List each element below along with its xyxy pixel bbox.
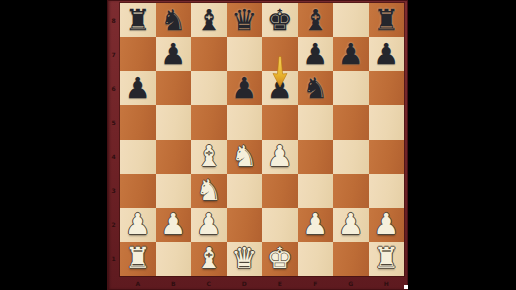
square-f3[interactable]	[298, 174, 334, 208]
white-pawn: ♟	[125, 210, 151, 239]
chessboard: ♜♞♝♛♚♝♜♟♟♟♟♟♟♟♞♝♞♟♞♟♟♟♟♟♟♜♝♛♚♜	[120, 3, 404, 276]
square-c8[interactable]: ♝	[191, 3, 227, 37]
square-c1[interactable]: ♝	[191, 242, 227, 276]
rank-label-1: 1	[107, 242, 120, 276]
square-h5[interactable]	[369, 105, 405, 139]
white-pawn: ♟	[338, 210, 364, 239]
rank-label-4: 4	[107, 140, 120, 174]
video-letterbox-stage: ♜♞♝♛♚♝♜♟♟♟♟♟♟♟♞♝♞♟♞♟♟♟♟♟♟♜♝♛♚♜ 87654321 …	[0, 0, 516, 290]
black-knight: ♞	[160, 6, 186, 35]
black-knight: ♞	[302, 74, 328, 103]
file-label-h: H	[369, 276, 405, 290]
file-label-b: B	[156, 276, 192, 290]
black-bishop: ♝	[302, 6, 328, 35]
square-c7[interactable]	[191, 37, 227, 71]
square-g4[interactable]	[333, 140, 369, 174]
square-b1[interactable]	[156, 242, 192, 276]
square-d7[interactable]	[227, 37, 263, 71]
square-g2[interactable]: ♟	[333, 208, 369, 242]
black-pawn: ♟	[338, 40, 364, 69]
black-king: ♚	[267, 6, 293, 35]
square-e8[interactable]: ♚	[262, 3, 298, 37]
white-pawn: ♟	[267, 142, 293, 171]
rank-label-5: 5	[107, 105, 120, 139]
rank-label-2: 2	[107, 208, 120, 242]
square-b4[interactable]	[156, 140, 192, 174]
square-d5[interactable]	[227, 105, 263, 139]
square-e3[interactable]	[262, 174, 298, 208]
rank-label-7: 7	[107, 37, 120, 71]
square-d4[interactable]: ♞	[227, 140, 263, 174]
square-b2[interactable]: ♟	[156, 208, 192, 242]
white-queen: ♛	[231, 244, 257, 273]
file-label-f: F	[298, 276, 334, 290]
file-label-a: A	[120, 276, 156, 290]
square-f5[interactable]	[298, 105, 334, 139]
black-pawn: ♟	[231, 74, 257, 103]
rank-label-3: 3	[107, 174, 120, 208]
file-labels: ABCDEFGH	[120, 276, 404, 290]
square-h1[interactable]: ♜	[369, 242, 405, 276]
square-d8[interactable]: ♛	[227, 3, 263, 37]
square-f1[interactable]	[298, 242, 334, 276]
black-bishop: ♝	[196, 6, 222, 35]
square-h2[interactable]: ♟	[369, 208, 405, 242]
square-c3[interactable]: ♞	[191, 174, 227, 208]
file-label-e: E	[262, 276, 298, 290]
square-a3[interactable]	[120, 174, 156, 208]
white-pawn: ♟	[196, 210, 222, 239]
square-e1[interactable]: ♚	[262, 242, 298, 276]
black-rook: ♜	[373, 6, 399, 35]
white-bishop: ♝	[196, 142, 222, 171]
rank-label-6: 6	[107, 71, 120, 105]
square-g3[interactable]	[333, 174, 369, 208]
square-g6[interactable]	[333, 71, 369, 105]
square-e4[interactable]: ♟	[262, 140, 298, 174]
square-a7[interactable]	[120, 37, 156, 71]
square-b5[interactable]	[156, 105, 192, 139]
square-c5[interactable]	[191, 105, 227, 139]
square-f6[interactable]: ♞	[298, 71, 334, 105]
white-rook: ♜	[373, 244, 399, 273]
square-g5[interactable]	[333, 105, 369, 139]
file-label-d: D	[227, 276, 263, 290]
corner-dot	[404, 285, 408, 289]
square-h7[interactable]: ♟	[369, 37, 405, 71]
square-f8[interactable]: ♝	[298, 3, 334, 37]
square-h4[interactable]	[369, 140, 405, 174]
white-pawn: ♟	[373, 210, 399, 239]
square-b6[interactable]	[156, 71, 192, 105]
white-pawn: ♟	[160, 210, 186, 239]
square-g1[interactable]	[333, 242, 369, 276]
rank-label-8: 8	[107, 3, 120, 37]
black-pawn: ♟	[160, 40, 186, 69]
white-rook: ♜	[125, 244, 151, 273]
black-pawn: ♟	[373, 40, 399, 69]
white-bishop: ♝	[196, 244, 222, 273]
white-knight: ♞	[231, 142, 257, 171]
square-g7[interactable]: ♟	[333, 37, 369, 71]
black-pawn: ♟	[125, 74, 151, 103]
square-b3[interactable]	[156, 174, 192, 208]
square-c6[interactable]	[191, 71, 227, 105]
square-a6[interactable]: ♟	[120, 71, 156, 105]
black-pawn: ♟	[302, 40, 328, 69]
square-h6[interactable]	[369, 71, 405, 105]
black-rook: ♜	[125, 6, 151, 35]
square-d6[interactable]: ♟	[227, 71, 263, 105]
square-e7[interactable]	[262, 37, 298, 71]
square-a2[interactable]: ♟	[120, 208, 156, 242]
square-g8[interactable]	[333, 3, 369, 37]
white-knight: ♞	[196, 176, 222, 205]
square-b7[interactable]: ♟	[156, 37, 192, 71]
square-e5[interactable]	[262, 105, 298, 139]
square-e6[interactable]: ♟	[262, 71, 298, 105]
square-h3[interactable]	[369, 174, 405, 208]
square-f7[interactable]: ♟	[298, 37, 334, 71]
file-label-c: C	[191, 276, 227, 290]
square-a5[interactable]	[120, 105, 156, 139]
white-pawn: ♟	[302, 210, 328, 239]
square-d2[interactable]	[227, 208, 263, 242]
rank-labels: 87654321	[107, 3, 120, 276]
square-a1[interactable]: ♜	[120, 242, 156, 276]
white-king: ♚	[267, 244, 293, 273]
square-c4[interactable]: ♝	[191, 140, 227, 174]
square-d1[interactable]: ♛	[227, 242, 263, 276]
file-label-g: G	[333, 276, 369, 290]
square-c2[interactable]: ♟	[191, 208, 227, 242]
square-b8[interactable]: ♞	[156, 3, 192, 37]
square-h8[interactable]: ♜	[369, 3, 405, 37]
black-pawn: ♟	[267, 74, 293, 103]
square-d3[interactable]	[227, 174, 263, 208]
square-a8[interactable]: ♜	[120, 3, 156, 37]
square-f4[interactable]	[298, 140, 334, 174]
square-f2[interactable]: ♟	[298, 208, 334, 242]
square-e2[interactable]	[262, 208, 298, 242]
square-a4[interactable]	[120, 140, 156, 174]
black-queen: ♛	[231, 6, 257, 35]
